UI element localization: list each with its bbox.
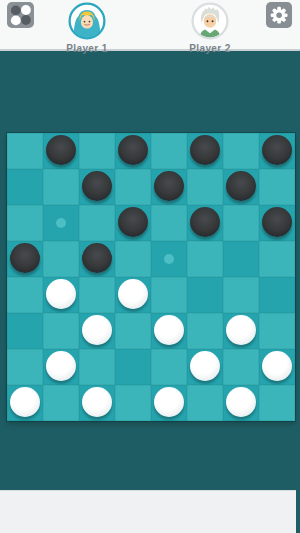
dark-piece[interactable] [190, 207, 220, 237]
square-r7c6[interactable] [187, 349, 223, 385]
hint-dot [56, 218, 66, 228]
square-r7c1[interactable] [7, 349, 43, 385]
square-r8c7[interactable] [223, 385, 259, 421]
square-r8c6[interactable] [187, 385, 223, 421]
dark-piece[interactable] [82, 243, 112, 273]
square-r3c1[interactable] [7, 205, 43, 241]
square-r6c2[interactable] [43, 313, 79, 349]
white-piece[interactable] [46, 279, 76, 309]
hint-dot [164, 254, 174, 264]
square-r5c5[interactable] [151, 277, 187, 313]
square-r1c4[interactable] [115, 133, 151, 169]
square-r8c8[interactable] [259, 385, 295, 421]
dark-piece[interactable] [46, 135, 76, 165]
square-r4c4[interactable] [115, 241, 151, 277]
square-r5c2[interactable] [43, 277, 79, 313]
player1-panel: Player 1 [47, 2, 127, 54]
square-r5c3[interactable] [79, 277, 115, 313]
square-r4c7[interactable] [223, 241, 259, 277]
square-r1c1[interactable] [7, 133, 43, 169]
square-r7c2[interactable] [43, 349, 79, 385]
ad-banner [0, 490, 296, 533]
dark-piece[interactable] [82, 171, 112, 201]
dark-piece[interactable] [262, 135, 292, 165]
square-r3c6[interactable] [187, 205, 223, 241]
square-r1c2[interactable] [43, 133, 79, 169]
square-r3c8[interactable] [259, 205, 295, 241]
square-r2c5[interactable] [151, 169, 187, 205]
square-r6c8[interactable] [259, 313, 295, 349]
player1-avatar [68, 2, 106, 40]
white-piece[interactable] [262, 351, 292, 381]
square-r2c8[interactable] [259, 169, 295, 205]
square-r5c6[interactable] [187, 277, 223, 313]
square-r8c2[interactable] [43, 385, 79, 421]
player1-label: Player 1 [47, 44, 127, 54]
square-r7c3[interactable] [79, 349, 115, 385]
square-r2c2[interactable] [43, 169, 79, 205]
white-piece[interactable] [82, 315, 112, 345]
square-r3c3[interactable] [79, 205, 115, 241]
square-r6c1[interactable] [7, 313, 43, 349]
square-r1c8[interactable] [259, 133, 295, 169]
checkers-board [7, 133, 295, 421]
square-r5c7[interactable] [223, 277, 259, 313]
dark-piece[interactable] [10, 243, 40, 273]
player2-avatar [191, 2, 229, 40]
dark-piece[interactable] [154, 171, 184, 201]
square-r6c3[interactable] [79, 313, 115, 349]
dark-piece[interactable] [118, 207, 148, 237]
square-r4c5[interactable] [151, 241, 187, 277]
square-r7c7[interactable] [223, 349, 259, 385]
square-r8c1[interactable] [7, 385, 43, 421]
square-r2c3[interactable] [79, 169, 115, 205]
square-r3c4[interactable] [115, 205, 151, 241]
dark-piece[interactable] [262, 207, 292, 237]
square-r7c5[interactable] [151, 349, 187, 385]
dark-piece[interactable] [118, 135, 148, 165]
square-r4c3[interactable] [79, 241, 115, 277]
square-r2c7[interactable] [223, 169, 259, 205]
square-r1c5[interactable] [151, 133, 187, 169]
square-r4c8[interactable] [259, 241, 295, 277]
square-r3c2[interactable] [43, 205, 79, 241]
square-r5c1[interactable] [7, 277, 43, 313]
new-game-dice-button[interactable] [7, 2, 34, 29]
settings-button[interactable] [266, 2, 293, 29]
square-r1c6[interactable] [187, 133, 223, 169]
square-r6c4[interactable] [115, 313, 151, 349]
top-bar: Player 1 [0, 0, 300, 51]
square-r5c8[interactable] [259, 277, 295, 313]
square-r3c7[interactable] [223, 205, 259, 241]
square-r8c5[interactable] [151, 385, 187, 421]
checkers-dice-icon [7, 17, 34, 32]
square-r8c3[interactable] [79, 385, 115, 421]
white-piece[interactable] [190, 351, 220, 381]
white-piece[interactable] [226, 315, 256, 345]
square-r2c6[interactable] [187, 169, 223, 205]
square-r7c8[interactable] [259, 349, 295, 385]
square-r6c5[interactable] [151, 313, 187, 349]
square-r1c7[interactable] [223, 133, 259, 169]
square-r6c7[interactable] [223, 313, 259, 349]
square-r4c6[interactable] [187, 241, 223, 277]
white-piece[interactable] [10, 387, 40, 417]
white-piece[interactable] [118, 279, 148, 309]
square-r2c1[interactable] [7, 169, 43, 205]
white-piece[interactable] [46, 351, 76, 381]
white-piece[interactable] [154, 315, 184, 345]
player2-panel: Player 2 [170, 2, 250, 54]
square-r5c4[interactable] [115, 277, 151, 313]
square-r6c6[interactable] [187, 313, 223, 349]
square-r1c3[interactable] [79, 133, 115, 169]
white-piece[interactable] [154, 387, 184, 417]
dark-piece[interactable] [190, 135, 220, 165]
white-piece[interactable] [82, 387, 112, 417]
square-r7c4[interactable] [115, 349, 151, 385]
square-r2c4[interactable] [115, 169, 151, 205]
player2-label: Player 2 [170, 44, 250, 54]
square-r4c1[interactable] [7, 241, 43, 277]
gear-icon [266, 17, 293, 32]
white-piece[interactable] [226, 387, 256, 417]
square-r8c4[interactable] [115, 385, 151, 421]
dark-piece[interactable] [226, 171, 256, 201]
square-r3c5[interactable] [151, 205, 187, 241]
square-r4c2[interactable] [43, 241, 79, 277]
